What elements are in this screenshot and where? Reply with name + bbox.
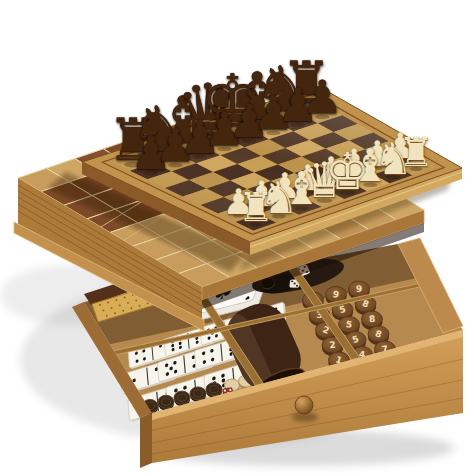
piece-white-rook[interactable]: ♜ [398, 132, 434, 172]
chess-pieces: ♜♞♝♛♚♝♞♜♟♟♟♟♟♟♟♟♟♟♟♟♟♟♟♟♜♞♝♛♚♝♞♜ [0, 0, 474, 474]
piece-black-pawn[interactable]: ♟ [302, 75, 343, 121]
game-compendium-photo: ♠A♠♠399358258258147 ♜♞♝♛♚♝♞♜♟♟♟♟♟♟♟♟♟♟♟♟… [0, 0, 474, 474]
